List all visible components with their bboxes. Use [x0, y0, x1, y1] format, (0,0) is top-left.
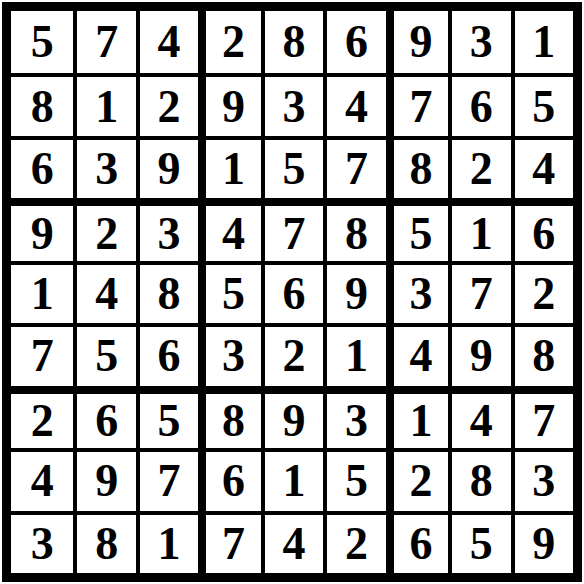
cell-r6c9[interactable]: 8	[511, 323, 573, 385]
cell-r9c5[interactable]: 4	[261, 511, 323, 573]
cell-r2c4[interactable]: 9	[198, 73, 260, 135]
cell-r9c7[interactable]: 6	[386, 511, 448, 573]
cell-r4c5[interactable]: 7	[261, 198, 323, 260]
cell-r9c1[interactable]: 3	[11, 511, 73, 573]
cell-r4c6[interactable]: 8	[323, 198, 385, 260]
sudoku-board: 5742869318129347656391578249234785161485…	[2, 2, 582, 582]
cell-r3c2[interactable]: 3	[73, 136, 135, 198]
cell-r4c2[interactable]: 2	[73, 198, 135, 260]
cell-r5c1[interactable]: 1	[11, 261, 73, 323]
cell-r1c2[interactable]: 7	[73, 11, 135, 73]
cell-r7c6[interactable]: 3	[323, 386, 385, 448]
cell-r6c7[interactable]: 4	[386, 323, 448, 385]
cell-r1c8[interactable]: 3	[448, 11, 510, 73]
cell-r5c6[interactable]: 9	[323, 261, 385, 323]
cell-r6c6[interactable]: 1	[323, 323, 385, 385]
cell-r8c3[interactable]: 7	[136, 448, 198, 510]
cell-r6c4[interactable]: 3	[198, 323, 260, 385]
cell-r4c8[interactable]: 1	[448, 198, 510, 260]
cell-r9c8[interactable]: 5	[448, 511, 510, 573]
cell-r3c6[interactable]: 7	[323, 136, 385, 198]
cell-r7c5[interactable]: 9	[261, 386, 323, 448]
cell-r8c6[interactable]: 5	[323, 448, 385, 510]
cell-r7c9[interactable]: 7	[511, 386, 573, 448]
cell-r3c1[interactable]: 6	[11, 136, 73, 198]
cell-r6c3[interactable]: 6	[136, 323, 198, 385]
cell-r1c6[interactable]: 6	[323, 11, 385, 73]
cell-r2c8[interactable]: 6	[448, 73, 510, 135]
cell-r1c7[interactable]: 9	[386, 11, 448, 73]
cell-r7c8[interactable]: 4	[448, 386, 510, 448]
cell-r9c3[interactable]: 1	[136, 511, 198, 573]
cell-r2c6[interactable]: 4	[323, 73, 385, 135]
cell-r6c1[interactable]: 7	[11, 323, 73, 385]
cell-r2c3[interactable]: 2	[136, 73, 198, 135]
cell-r3c7[interactable]: 8	[386, 136, 448, 198]
cell-r9c2[interactable]: 8	[73, 511, 135, 573]
cell-r2c7[interactable]: 7	[386, 73, 448, 135]
cell-r1c9[interactable]: 1	[511, 11, 573, 73]
cell-r8c5[interactable]: 1	[261, 448, 323, 510]
cell-r5c2[interactable]: 4	[73, 261, 135, 323]
cell-r3c5[interactable]: 5	[261, 136, 323, 198]
cell-r6c2[interactable]: 5	[73, 323, 135, 385]
cell-r1c1[interactable]: 5	[11, 11, 73, 73]
cell-r5c4[interactable]: 5	[198, 261, 260, 323]
cell-r3c9[interactable]: 4	[511, 136, 573, 198]
cell-r8c4[interactable]: 6	[198, 448, 260, 510]
cell-r3c3[interactable]: 9	[136, 136, 198, 198]
cell-r4c4[interactable]: 4	[198, 198, 260, 260]
cell-r7c2[interactable]: 6	[73, 386, 135, 448]
cell-r9c6[interactable]: 2	[323, 511, 385, 573]
cell-r5c7[interactable]: 3	[386, 261, 448, 323]
cell-r1c5[interactable]: 8	[261, 11, 323, 73]
cell-r3c4[interactable]: 1	[198, 136, 260, 198]
cell-r4c1[interactable]: 9	[11, 198, 73, 260]
cell-r4c9[interactable]: 6	[511, 198, 573, 260]
cell-r1c3[interactable]: 4	[136, 11, 198, 73]
cell-r5c9[interactable]: 2	[511, 261, 573, 323]
cell-r7c3[interactable]: 5	[136, 386, 198, 448]
cell-r5c8[interactable]: 7	[448, 261, 510, 323]
cell-r8c2[interactable]: 9	[73, 448, 135, 510]
cell-r2c1[interactable]: 8	[11, 73, 73, 135]
cell-r8c1[interactable]: 4	[11, 448, 73, 510]
cell-r1c4[interactable]: 2	[198, 11, 260, 73]
cell-r5c3[interactable]: 8	[136, 261, 198, 323]
cell-r6c8[interactable]: 9	[448, 323, 510, 385]
cell-r2c2[interactable]: 1	[73, 73, 135, 135]
cell-r3c8[interactable]: 2	[448, 136, 510, 198]
cell-r2c5[interactable]: 3	[261, 73, 323, 135]
cell-r8c9[interactable]: 3	[511, 448, 573, 510]
cell-r9c4[interactable]: 7	[198, 511, 260, 573]
cell-r7c4[interactable]: 8	[198, 386, 260, 448]
cell-r7c1[interactable]: 2	[11, 386, 73, 448]
cell-r4c7[interactable]: 5	[386, 198, 448, 260]
cell-r5c5[interactable]: 6	[261, 261, 323, 323]
cell-r6c5[interactable]: 2	[261, 323, 323, 385]
cell-r4c3[interactable]: 3	[136, 198, 198, 260]
cell-r9c9[interactable]: 9	[511, 511, 573, 573]
cell-r2c9[interactable]: 5	[511, 73, 573, 135]
sudoku-page: 5742869318129347656391578249234785161485…	[0, 0, 584, 584]
cell-r8c7[interactable]: 2	[386, 448, 448, 510]
cell-r7c7[interactable]: 1	[386, 386, 448, 448]
cell-r8c8[interactable]: 8	[448, 448, 510, 510]
